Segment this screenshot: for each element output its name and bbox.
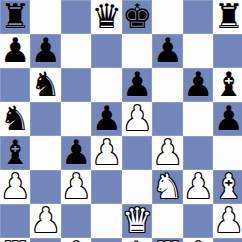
square-g2[interactable] [183,204,213,238]
white-pawn[interactable]: ♟ [183,169,213,203]
white-knight[interactable]: ♞ [152,169,182,203]
square-f6[interactable] [152,68,182,102]
square-f5[interactable] [152,102,182,136]
square-b8[interactable] [30,0,60,34]
square-f7[interactable]: ♟ [152,34,182,68]
square-a6[interactable] [0,68,30,102]
square-c2[interactable] [61,204,91,238]
square-h2[interactable]: ♟ [213,204,242,238]
white-knight[interactable]: ♞ [122,237,152,242]
black-knight[interactable]: ♞ [30,67,60,101]
white-pawn[interactable]: ♟ [213,203,242,237]
square-d1[interactable] [91,238,121,242]
square-b2[interactable]: ♟ [30,204,60,238]
black-pawn[interactable]: ♟ [61,135,91,169]
black-pawn[interactable]: ♟ [30,33,60,67]
square-g5[interactable] [183,102,213,136]
square-e2[interactable]: ♛ [122,204,152,238]
square-c4[interactable]: ♟ [61,136,91,170]
square-a8[interactable]: ♜ [0,0,30,34]
black-knight[interactable]: ♞ [0,101,30,135]
white-pawn[interactable]: ♟ [30,203,60,237]
black-bishop[interactable]: ♝ [0,135,30,169]
white-king[interactable]: ♚ [183,237,213,242]
square-a3[interactable]: ♟ [0,170,30,204]
square-c1[interactable]: ♝ [61,238,91,242]
square-d5[interactable]: ♟ [91,102,121,136]
square-h7[interactable] [213,34,242,68]
square-d8[interactable]: ♛ [91,0,121,34]
square-h6[interactable]: ♝ [213,68,242,102]
white-bishop[interactable]: ♝ [213,169,242,203]
square-e4[interactable] [122,136,152,170]
square-b7[interactable]: ♟ [30,34,60,68]
black-rook[interactable]: ♜ [213,0,242,33]
square-b3[interactable] [30,170,60,204]
square-d3[interactable] [91,170,121,204]
square-e1[interactable]: ♞ [122,238,152,242]
white-pawn[interactable]: ♟ [61,169,91,203]
square-b4[interactable] [30,136,60,170]
black-rook[interactable]: ♜ [0,0,30,33]
white-pawn[interactable]: ♟ [122,101,152,135]
square-e7[interactable] [122,34,152,68]
square-e6[interactable]: ♟ [122,68,152,102]
square-f8[interactable] [152,0,182,34]
square-b5[interactable] [30,102,60,136]
black-king[interactable]: ♚ [122,0,152,33]
square-c8[interactable] [61,0,91,34]
white-pawn[interactable]: ♟ [0,169,30,203]
square-f3[interactable]: ♞ [152,170,182,204]
white-pawn[interactable]: ♟ [91,135,121,169]
black-pawn[interactable]: ♟ [122,67,152,101]
square-b6[interactable]: ♞ [30,68,60,102]
black-pawn[interactable]: ♟ [213,101,242,135]
square-h5[interactable]: ♟ [213,102,242,136]
chess-board: ♜♛♚♜♟♟♟♞♟♟♝♞♟♟♟♝♟♟♟♟♟♞♟♝♟♛♟♜♝♞♜♚ [0,0,242,242]
square-f1[interactable]: ♜ [152,238,182,242]
white-queen[interactable]: ♛ [122,203,152,237]
black-pawn[interactable]: ♟ [152,33,182,67]
square-d6[interactable] [91,68,121,102]
square-a7[interactable]: ♟ [0,34,30,68]
square-g8[interactable] [183,0,213,34]
square-g3[interactable]: ♟ [183,170,213,204]
square-e5[interactable]: ♟ [122,102,152,136]
square-d2[interactable] [91,204,121,238]
square-d4[interactable]: ♟ [91,136,121,170]
square-a4[interactable]: ♝ [0,136,30,170]
square-e3[interactable] [122,170,152,204]
square-g7[interactable] [183,34,213,68]
square-f2[interactable] [152,204,182,238]
black-bishop[interactable]: ♝ [213,67,242,101]
square-g6[interactable]: ♟ [183,68,213,102]
black-pawn[interactable]: ♟ [183,67,213,101]
square-g1[interactable]: ♚ [183,238,213,242]
square-c3[interactable]: ♟ [61,170,91,204]
square-a5[interactable]: ♞ [0,102,30,136]
square-h4[interactable] [213,136,242,170]
black-pawn[interactable]: ♟ [0,33,30,67]
square-c7[interactable] [61,34,91,68]
square-h8[interactable]: ♜ [213,0,242,34]
square-g4[interactable] [183,136,213,170]
black-queen[interactable]: ♛ [91,0,121,33]
white-pawn[interactable]: ♟ [152,135,182,169]
white-bishop[interactable]: ♝ [61,237,91,242]
square-d7[interactable] [91,34,121,68]
square-h3[interactable]: ♝ [213,170,242,204]
square-h1[interactable] [213,238,242,242]
square-a2[interactable] [0,204,30,238]
black-pawn[interactable]: ♟ [91,101,121,135]
white-rook[interactable]: ♜ [152,237,182,242]
square-b1[interactable] [30,238,60,242]
square-c5[interactable] [61,102,91,136]
white-rook[interactable]: ♜ [0,237,30,242]
square-f4[interactable]: ♟ [152,136,182,170]
square-e8[interactable]: ♚ [122,0,152,34]
square-a1[interactable]: ♜ [0,238,30,242]
square-c6[interactable] [61,68,91,102]
